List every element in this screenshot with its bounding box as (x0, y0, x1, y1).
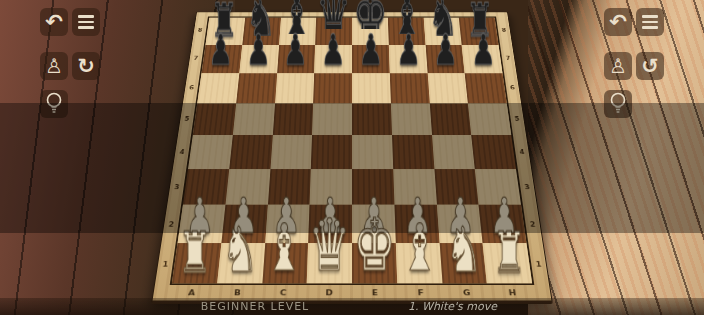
undo-icon: ↶ (609, 12, 627, 33)
chess-board[interactable]: 87654321 87654321 ABCDEFGH ♜♞♝♛♚♝♞♜♟♟♟♟♟… (151, 12, 553, 304)
piece-black-pawn[interactable]: ♟ (246, 29, 271, 71)
piece-white-knight[interactable]: ♞ (221, 218, 258, 280)
square-c4[interactable] (270, 135, 312, 169)
square-e5[interactable] (352, 103, 392, 135)
piece-black-pawn[interactable]: ♟ (358, 29, 383, 71)
board-frame: 87654321 87654321 ABCDEFGH ♜♞♝♛♚♝♞♜♟♟♟♟♟… (151, 12, 553, 304)
square-a6[interactable] (197, 73, 239, 103)
square-g6[interactable] (427, 73, 468, 103)
square-b4[interactable] (229, 135, 272, 169)
piece-white-bishop[interactable]: ♝ (400, 216, 438, 281)
rotate-board-button[interactable]: ↻ (72, 52, 100, 80)
rotate-icon: ↺ (641, 56, 659, 77)
square-h4[interactable] (471, 135, 516, 169)
square-h1[interactable]: ♜ (483, 243, 532, 284)
piece-white-rook[interactable]: ♜ (178, 223, 212, 281)
piece-black-pawn[interactable]: ♟ (471, 29, 496, 71)
square-f6[interactable] (390, 73, 430, 103)
piece-black-pawn[interactable]: ♟ (283, 29, 308, 71)
square-g4[interactable] (432, 135, 475, 169)
menu-icon (642, 15, 658, 29)
square-d6[interactable] (313, 73, 352, 103)
square-a7[interactable]: ♟ (202, 45, 243, 73)
difficulty-label: BEGINNER LEVEL (180, 298, 330, 315)
square-c6[interactable] (275, 73, 315, 103)
piece-black-pawn[interactable]: ♟ (321, 29, 346, 71)
square-h6[interactable] (465, 73, 507, 103)
square-d5[interactable] (312, 103, 352, 135)
square-e1[interactable]: ♚ (352, 243, 397, 284)
piece-white-knight[interactable]: ♞ (446, 218, 483, 280)
player-mode-button-right[interactable]: ♙ (604, 52, 632, 80)
hint-button[interactable] (40, 90, 68, 118)
square-f5[interactable] (391, 103, 432, 135)
undo-button[interactable]: ↶ (40, 8, 68, 36)
square-d1[interactable]: ♛ (307, 243, 352, 284)
undo-icon: ↶ (45, 12, 63, 33)
square-g5[interactable] (429, 103, 471, 135)
menu-icon (78, 15, 94, 29)
piece-white-king[interactable]: ♚ (353, 209, 395, 281)
square-h7[interactable]: ♟ (462, 45, 503, 73)
square-e4[interactable] (352, 135, 393, 169)
piece-white-rook[interactable]: ♜ (492, 223, 526, 281)
piece-white-bishop[interactable]: ♝ (266, 216, 304, 281)
board-grid[interactable]: ♜♞♝♛♚♝♞♜♟♟♟♟♟♟♟♟♟♟♟♟♟♟♟♟♜♞♝♛♚♝♞♜ (170, 17, 535, 285)
hint-button-right[interactable] (604, 90, 632, 118)
square-g7[interactable]: ♟ (425, 45, 465, 73)
menu-button-right[interactable] (636, 8, 664, 36)
square-b6[interactable] (236, 73, 277, 103)
status-bar: BEGINNER LEVEL 1. White's move (0, 298, 704, 315)
square-d7[interactable]: ♟ (314, 45, 352, 73)
pawn-icon: ♙ (45, 56, 63, 76)
piece-black-pawn[interactable]: ♟ (396, 29, 421, 71)
square-e6[interactable] (352, 73, 391, 103)
pawn-icon: ♙ (609, 56, 627, 76)
piece-black-pawn[interactable]: ♟ (208, 29, 233, 71)
square-d4[interactable] (311, 135, 352, 169)
rotate-icon: ↻ (77, 56, 95, 77)
piece-black-pawn[interactable]: ♟ (434, 29, 459, 71)
undo-button-right[interactable]: ↶ (604, 8, 632, 36)
square-a5[interactable] (193, 103, 236, 135)
square-b7[interactable]: ♟ (239, 45, 279, 73)
square-c7[interactable]: ♟ (277, 45, 316, 73)
piece-white-queen[interactable]: ♛ (308, 209, 350, 281)
square-e7[interactable]: ♟ (352, 45, 390, 73)
toolbar-left: ↶ ♙ ↻ (40, 8, 102, 118)
square-f7[interactable]: ♟ (389, 45, 428, 73)
square-a4[interactable] (188, 135, 233, 169)
lightbulb-icon (45, 91, 63, 117)
square-c5[interactable] (272, 103, 313, 135)
square-f1[interactable]: ♝ (396, 243, 442, 284)
square-c1[interactable]: ♝ (262, 243, 308, 284)
square-a1[interactable]: ♜ (172, 243, 221, 284)
square-f4[interactable] (392, 135, 434, 169)
player-mode-button[interactable]: ♙ (40, 52, 68, 80)
rotate-board-button-right[interactable]: ↺ (636, 52, 664, 80)
lightbulb-icon (609, 91, 627, 117)
menu-button[interactable] (72, 8, 100, 36)
square-b5[interactable] (233, 103, 275, 135)
square-h5[interactable] (468, 103, 511, 135)
square-g1[interactable]: ♞ (439, 243, 487, 284)
toolbar-right: ↶ ♙ ↺ (604, 8, 666, 118)
square-b1[interactable]: ♞ (217, 243, 265, 284)
move-indicator: 1. White's move (385, 298, 520, 315)
